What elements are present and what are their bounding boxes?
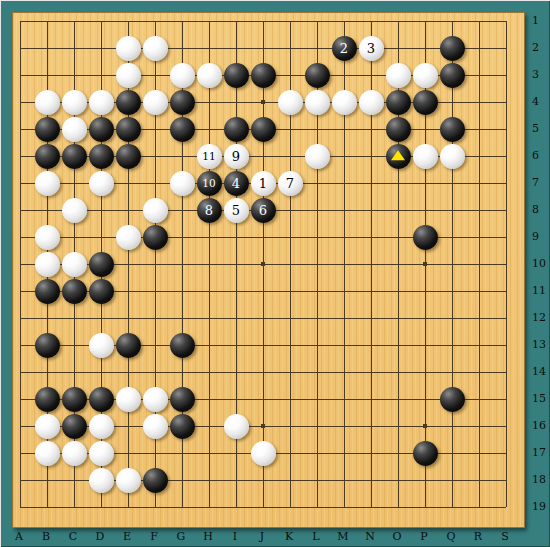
stone-black-C15[interactable]: [62, 387, 87, 412]
col-label-M: M: [330, 529, 357, 547]
col-label-Q: Q: [438, 529, 465, 547]
col-label-O: O: [384, 529, 411, 547]
stone-white-D17[interactable]: [89, 441, 114, 466]
stone-white-C4[interactable]: [62, 90, 87, 115]
goban: 2104863119175: [12, 12, 525, 528]
stone-white-K7[interactable]: 7: [278, 171, 303, 196]
stone-white-B4[interactable]: [35, 90, 60, 115]
stone-white-O3[interactable]: [386, 63, 411, 88]
stone-black-B11[interactable]: [35, 279, 60, 304]
row-label-12: 12: [529, 304, 549, 331]
stone-black-O4[interactable]: [386, 90, 411, 115]
column-labels: ABCDEFGHIJKLMNOPQRS: [6, 529, 519, 547]
stone-white-K4[interactable]: [278, 90, 303, 115]
stone-white-F16[interactable]: [143, 414, 168, 439]
stone-white-D13[interactable]: [89, 333, 114, 358]
move-number-5: 5: [232, 204, 240, 217]
stone-white-J17[interactable]: [251, 441, 276, 466]
stone-black-M2[interactable]: 2: [332, 36, 357, 61]
stone-white-B9[interactable]: [35, 225, 60, 250]
stone-white-C17[interactable]: [62, 441, 87, 466]
stone-white-C8[interactable]: [62, 198, 87, 223]
stone-black-G13[interactable]: [170, 333, 195, 358]
stone-white-L4[interactable]: [305, 90, 330, 115]
stone-white-E18[interactable]: [116, 468, 141, 493]
stone-black-I5[interactable]: [224, 117, 249, 142]
stone-white-G7[interactable]: [170, 171, 195, 196]
stone-white-N4[interactable]: [359, 90, 384, 115]
stone-white-D4[interactable]: [89, 90, 114, 115]
stone-white-E9[interactable]: [116, 225, 141, 250]
stone-white-D16[interactable]: [89, 414, 114, 439]
stone-white-H3[interactable]: [197, 63, 222, 88]
stone-white-H6[interactable]: 11: [197, 144, 222, 169]
row-label-9: 9: [529, 223, 549, 250]
row-label-8: 8: [529, 196, 549, 223]
stone-black-F18[interactable]: [143, 468, 168, 493]
stone-black-B15[interactable]: [35, 387, 60, 412]
move-number-9: 9: [232, 150, 240, 163]
row-labels: 12345678910111213141516171819: [529, 7, 549, 520]
stone-black-E13[interactable]: [116, 333, 141, 358]
stone-black-F9[interactable]: [143, 225, 168, 250]
col-label-S: S: [492, 529, 519, 547]
col-label-L: L: [303, 529, 330, 547]
row-label-13: 13: [529, 331, 549, 358]
col-label-I: I: [222, 529, 249, 547]
col-label-E: E: [114, 529, 141, 547]
stone-grid[interactable]: 2104863119175: [7, 8, 520, 521]
stone-black-D6[interactable]: [89, 144, 114, 169]
move-number-11: 11: [202, 151, 215, 162]
col-label-P: P: [411, 529, 438, 547]
stone-white-B16[interactable]: [35, 414, 60, 439]
move-number-10: 10: [202, 178, 215, 189]
stone-black-B5[interactable]: [35, 117, 60, 142]
row-label-16: 16: [529, 412, 549, 439]
stone-black-J5[interactable]: [251, 117, 276, 142]
stone-black-Q3[interactable]: [440, 63, 465, 88]
row-label-5: 5: [529, 115, 549, 142]
stone-black-O6[interactable]: [386, 144, 411, 169]
stone-black-E5[interactable]: [116, 117, 141, 142]
stone-white-E3[interactable]: [116, 63, 141, 88]
stone-black-P9[interactable]: [413, 225, 438, 250]
row-label-18: 18: [529, 466, 549, 493]
stone-black-Q15[interactable]: [440, 387, 465, 412]
stone-black-C11[interactable]: [62, 279, 87, 304]
row-label-14: 14: [529, 358, 549, 385]
row-label-11: 11: [529, 277, 549, 304]
col-label-R: R: [465, 529, 492, 547]
stone-white-B17[interactable]: [35, 441, 60, 466]
stone-black-P4[interactable]: [413, 90, 438, 115]
stone-white-I6[interactable]: 9: [224, 144, 249, 169]
stone-black-D15[interactable]: [89, 387, 114, 412]
stone-white-I16[interactable]: [224, 414, 249, 439]
stone-black-D11[interactable]: [89, 279, 114, 304]
stone-black-D5[interactable]: [89, 117, 114, 142]
stone-black-G5[interactable]: [170, 117, 195, 142]
col-label-C: C: [60, 529, 87, 547]
stone-white-E15[interactable]: [116, 387, 141, 412]
stone-white-N2[interactable]: 3: [359, 36, 384, 61]
move-number-1: 1: [259, 177, 267, 190]
stone-white-B10[interactable]: [35, 252, 60, 277]
stone-black-I7[interactable]: 4: [224, 171, 249, 196]
triangle-marker-icon: [391, 150, 405, 160]
stone-white-F8[interactable]: [143, 198, 168, 223]
stone-black-G4[interactable]: [170, 90, 195, 115]
stone-white-E2[interactable]: [116, 36, 141, 61]
stone-black-D10[interactable]: [89, 252, 114, 277]
stone-black-Q2[interactable]: [440, 36, 465, 61]
col-label-A: A: [6, 529, 33, 547]
stone-white-G3[interactable]: [170, 63, 195, 88]
stone-black-Q5[interactable]: [440, 117, 465, 142]
move-number-2: 2: [340, 42, 348, 55]
row-label-2: 2: [529, 34, 549, 61]
stone-black-B13[interactable]: [35, 333, 60, 358]
move-number-7: 7: [286, 177, 294, 190]
col-label-G: G: [168, 529, 195, 547]
col-label-N: N: [357, 529, 384, 547]
row-label-4: 4: [529, 88, 549, 115]
row-label-19: 19: [529, 493, 549, 520]
stone-black-L3[interactable]: [305, 63, 330, 88]
stone-white-I8[interactable]: 5: [224, 198, 249, 223]
stone-black-G16[interactable]: [170, 414, 195, 439]
stone-white-P3[interactable]: [413, 63, 438, 88]
row-label-7: 7: [529, 169, 549, 196]
move-number-6: 6: [259, 204, 267, 217]
stone-white-F4[interactable]: [143, 90, 168, 115]
stone-black-G15[interactable]: [170, 387, 195, 412]
stone-black-H7[interactable]: 10: [197, 171, 222, 196]
stone-black-P17[interactable]: [413, 441, 438, 466]
stone-black-H8[interactable]: 8: [197, 198, 222, 223]
stone-white-F2[interactable]: [143, 36, 168, 61]
stone-white-D18[interactable]: [89, 468, 114, 493]
col-label-D: D: [87, 529, 114, 547]
go-diagram-window: 2104863119175 ABCDEFGHIJKLMNOPQRS 123456…: [0, 0, 550, 547]
stone-black-C6[interactable]: [62, 144, 87, 169]
col-label-F: F: [141, 529, 168, 547]
row-label-15: 15: [529, 385, 549, 412]
stone-white-Q6[interactable]: [440, 144, 465, 169]
col-label-H: H: [195, 529, 222, 547]
row-label-1: 1: [529, 7, 549, 34]
move-number-8: 8: [205, 204, 213, 217]
move-number-4: 4: [232, 177, 240, 190]
stone-white-B7[interactable]: [35, 171, 60, 196]
stone-black-E4[interactable]: [116, 90, 141, 115]
row-label-17: 17: [529, 439, 549, 466]
stone-black-E6[interactable]: [116, 144, 141, 169]
col-label-B: B: [33, 529, 60, 547]
stone-white-P6[interactable]: [413, 144, 438, 169]
stone-white-L6[interactable]: [305, 144, 330, 169]
stone-black-J3[interactable]: [251, 63, 276, 88]
stone-black-J8[interactable]: 6: [251, 198, 276, 223]
stone-white-J7[interactable]: 1: [251, 171, 276, 196]
col-label-K: K: [276, 529, 303, 547]
stone-white-D7[interactable]: [89, 171, 114, 196]
stone-black-I3[interactable]: [224, 63, 249, 88]
move-number-3: 3: [367, 42, 375, 55]
row-label-10: 10: [529, 250, 549, 277]
stone-black-O5[interactable]: [386, 117, 411, 142]
col-label-J: J: [249, 529, 276, 547]
stone-black-C16[interactable]: [62, 414, 87, 439]
stone-white-F15[interactable]: [143, 387, 168, 412]
stone-black-B6[interactable]: [35, 144, 60, 169]
stone-white-M4[interactable]: [332, 90, 357, 115]
stone-white-C5[interactable]: [62, 117, 87, 142]
stone-white-C10[interactable]: [62, 252, 87, 277]
row-label-3: 3: [529, 61, 549, 88]
row-label-6: 6: [529, 142, 549, 169]
